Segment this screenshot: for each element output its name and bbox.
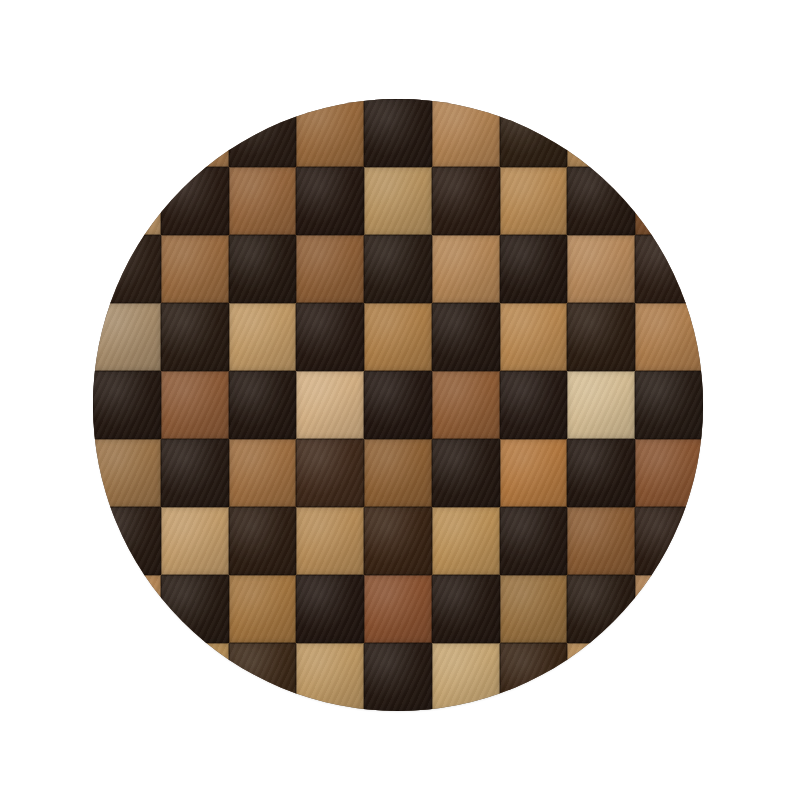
patch-cell (229, 643, 297, 711)
patch-cell (161, 99, 229, 167)
patch-cell (93, 167, 161, 235)
patch-cell (567, 371, 635, 439)
patch-cell (93, 235, 161, 303)
patch-cell (229, 507, 297, 575)
patch-cell (364, 167, 432, 235)
patch-cell (567, 575, 635, 643)
patch-cell (364, 99, 432, 167)
patch-cell (364, 643, 432, 711)
patch-cell (432, 303, 500, 371)
photo-canvas (0, 0, 794, 796)
patch-cell (296, 643, 364, 711)
patch-cell (635, 99, 703, 167)
patch-cell (229, 371, 297, 439)
patch-cell (567, 167, 635, 235)
patch-cell (296, 235, 364, 303)
patch-cell (93, 303, 161, 371)
patch-cell (432, 439, 500, 507)
patch-cell (296, 575, 364, 643)
patch-cell (161, 507, 229, 575)
patch-cell (229, 303, 297, 371)
patch-cell (567, 507, 635, 575)
patch-cell (161, 575, 229, 643)
patch-cell (635, 643, 703, 711)
board-grid (93, 99, 703, 711)
patch-cell (364, 371, 432, 439)
patch-cell (364, 235, 432, 303)
patch-cell (500, 439, 568, 507)
patch-cell (635, 303, 703, 371)
patch-cell (161, 371, 229, 439)
patch-cell (229, 439, 297, 507)
patch-cell (161, 235, 229, 303)
patch-cell (364, 303, 432, 371)
patch-cell (567, 643, 635, 711)
patch-cell (567, 235, 635, 303)
patch-cell (500, 371, 568, 439)
patch-cell (432, 99, 500, 167)
patch-cell (635, 575, 703, 643)
patch-cell (567, 439, 635, 507)
patch-cell (635, 439, 703, 507)
patch-cell (161, 439, 229, 507)
patch-cell (161, 643, 229, 711)
patch-cell (500, 303, 568, 371)
patch-cell (93, 371, 161, 439)
patch-cell (635, 167, 703, 235)
patch-cell (296, 167, 364, 235)
patch-cell (93, 439, 161, 507)
patch-cell (500, 507, 568, 575)
patch-cell (296, 439, 364, 507)
patch-cell (229, 167, 297, 235)
patch-cell (432, 371, 500, 439)
patch-cell (296, 371, 364, 439)
patch-cell (161, 303, 229, 371)
patch-cell (432, 575, 500, 643)
patch-cell (635, 235, 703, 303)
patch-cell (296, 303, 364, 371)
patch-cell (296, 99, 364, 167)
patch-cell (432, 167, 500, 235)
patch-cell (364, 507, 432, 575)
patch-cell (500, 235, 568, 303)
patch-cell (229, 235, 297, 303)
patch-cell (364, 575, 432, 643)
patch-cell (635, 507, 703, 575)
patch-cell (432, 235, 500, 303)
patch-cell (229, 99, 297, 167)
patch-cell (567, 99, 635, 167)
patch-cell (93, 575, 161, 643)
patch-cell (500, 167, 568, 235)
patch-cell (161, 167, 229, 235)
patch-cell (500, 575, 568, 643)
checkerboard-rug (93, 99, 703, 711)
patch-cell (635, 371, 703, 439)
patch-cell (500, 643, 568, 711)
patch-cell (364, 439, 432, 507)
patch-cell (229, 575, 297, 643)
patch-cell (500, 99, 568, 167)
patch-cell (93, 507, 161, 575)
patch-cell (296, 507, 364, 575)
patch-cell (432, 507, 500, 575)
patch-cell (93, 643, 161, 711)
patch-cell (567, 303, 635, 371)
patch-cell (93, 99, 161, 167)
patch-cell (432, 643, 500, 711)
